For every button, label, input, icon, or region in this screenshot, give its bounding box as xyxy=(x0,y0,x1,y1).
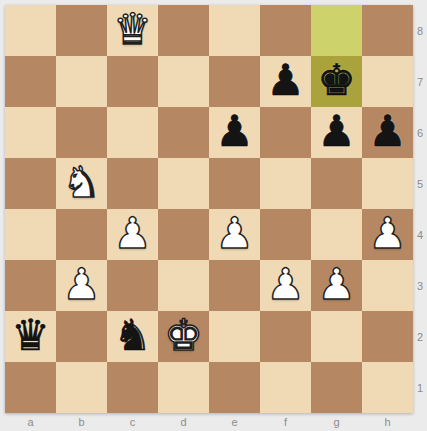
square-g8[interactable] xyxy=(311,5,362,56)
square-g1[interactable] xyxy=(311,362,362,413)
square-f6[interactable] xyxy=(260,107,311,158)
square-c5[interactable] xyxy=(107,158,158,209)
piece-wq-c8[interactable]: ♛ xyxy=(113,8,152,51)
square-f4[interactable] xyxy=(260,209,311,260)
square-b3[interactable]: ♟ xyxy=(56,260,107,311)
square-h7[interactable] xyxy=(362,56,413,107)
square-a8[interactable] xyxy=(5,5,56,56)
square-h2[interactable] xyxy=(362,311,413,362)
rank-label-5: 5 xyxy=(413,158,427,209)
file-label-h: h xyxy=(362,413,413,431)
rank-label-4: 4 xyxy=(413,209,427,260)
square-d7[interactable] xyxy=(158,56,209,107)
square-g2[interactable] xyxy=(311,311,362,362)
square-d5[interactable] xyxy=(158,158,209,209)
square-h6[interactable]: ♟ xyxy=(362,107,413,158)
file-label-f: f xyxy=(260,413,311,431)
square-e4[interactable]: ♟ xyxy=(209,209,260,260)
square-a4[interactable] xyxy=(5,209,56,260)
square-c3[interactable] xyxy=(107,260,158,311)
square-g4[interactable] xyxy=(311,209,362,260)
rank-coordinates: 87654321 xyxy=(413,5,427,413)
square-a5[interactable] xyxy=(5,158,56,209)
square-d8[interactable] xyxy=(158,5,209,56)
piece-wp-h4[interactable]: ♟ xyxy=(368,212,407,255)
square-b8[interactable] xyxy=(56,5,107,56)
chess-app: ♛♟♚♟♟♟♞♟♟♟♟♟♟♛♞♚ 87654321 abcdefgh xyxy=(0,0,427,431)
square-c4[interactable]: ♟ xyxy=(107,209,158,260)
piece-wp-e4[interactable]: ♟ xyxy=(215,212,254,255)
rank-label-7: 7 xyxy=(413,56,427,107)
rank-label-2: 2 xyxy=(413,311,427,362)
square-c8[interactable]: ♛ xyxy=(107,5,158,56)
square-c7[interactable] xyxy=(107,56,158,107)
file-label-g: g xyxy=(311,413,362,431)
piece-wp-c4[interactable]: ♟ xyxy=(113,212,152,255)
square-b7[interactable] xyxy=(56,56,107,107)
square-d1[interactable] xyxy=(158,362,209,413)
square-f2[interactable] xyxy=(260,311,311,362)
square-b6[interactable] xyxy=(56,107,107,158)
square-g7[interactable]: ♚ xyxy=(311,56,362,107)
piece-bk-g7[interactable]: ♚ xyxy=(317,59,356,102)
square-g6[interactable]: ♟ xyxy=(311,107,362,158)
rank-label-1: 1 xyxy=(413,362,427,413)
chess-board: ♛♟♚♟♟♟♞♟♟♟♟♟♟♛♞♚ xyxy=(5,5,413,413)
square-a3[interactable] xyxy=(5,260,56,311)
square-e3[interactable] xyxy=(209,260,260,311)
square-f5[interactable] xyxy=(260,158,311,209)
square-e7[interactable] xyxy=(209,56,260,107)
square-d3[interactable] xyxy=(158,260,209,311)
rank-label-6: 6 xyxy=(413,107,427,158)
piece-bn-c2[interactable]: ♞ xyxy=(113,314,152,357)
square-h5[interactable] xyxy=(362,158,413,209)
square-h3[interactable] xyxy=(362,260,413,311)
piece-bp-g6[interactable]: ♟ xyxy=(317,110,356,153)
square-c6[interactable] xyxy=(107,107,158,158)
square-g3[interactable]: ♟ xyxy=(311,260,362,311)
square-d2[interactable]: ♚ xyxy=(158,311,209,362)
square-b5[interactable]: ♞ xyxy=(56,158,107,209)
piece-wn-b5[interactable]: ♞ xyxy=(62,161,101,204)
file-label-a: a xyxy=(5,413,56,431)
square-e6[interactable]: ♟ xyxy=(209,107,260,158)
square-a6[interactable] xyxy=(5,107,56,158)
piece-wk-d2[interactable]: ♚ xyxy=(164,314,203,357)
square-f1[interactable] xyxy=(260,362,311,413)
square-d4[interactable] xyxy=(158,209,209,260)
piece-bp-h6[interactable]: ♟ xyxy=(368,110,407,153)
file-coordinates: abcdefgh xyxy=(5,413,413,431)
square-d6[interactable] xyxy=(158,107,209,158)
square-h4[interactable]: ♟ xyxy=(362,209,413,260)
square-c2[interactable]: ♞ xyxy=(107,311,158,362)
piece-wp-f3[interactable]: ♟ xyxy=(266,263,305,306)
square-a2[interactable]: ♛ xyxy=(5,311,56,362)
square-e8[interactable] xyxy=(209,5,260,56)
piece-bp-e6[interactable]: ♟ xyxy=(215,110,254,153)
square-b4[interactable] xyxy=(56,209,107,260)
rank-label-8: 8 xyxy=(413,5,427,56)
square-b1[interactable] xyxy=(56,362,107,413)
square-a1[interactable] xyxy=(5,362,56,413)
file-label-e: e xyxy=(209,413,260,431)
square-b2[interactable] xyxy=(56,311,107,362)
square-e2[interactable] xyxy=(209,311,260,362)
rank-label-3: 3 xyxy=(413,260,427,311)
square-e1[interactable] xyxy=(209,362,260,413)
piece-bq-a2[interactable]: ♛ xyxy=(11,314,50,357)
square-f8[interactable] xyxy=(260,5,311,56)
square-a7[interactable] xyxy=(5,56,56,107)
square-e5[interactable] xyxy=(209,158,260,209)
square-f3[interactable]: ♟ xyxy=(260,260,311,311)
square-f7[interactable]: ♟ xyxy=(260,56,311,107)
piece-bp-f7[interactable]: ♟ xyxy=(266,59,305,102)
piece-wp-b3[interactable]: ♟ xyxy=(62,263,101,306)
square-h1[interactable] xyxy=(362,362,413,413)
piece-wp-g3[interactable]: ♟ xyxy=(317,263,356,306)
file-label-d: d xyxy=(158,413,209,431)
file-label-c: c xyxy=(107,413,158,431)
square-c1[interactable] xyxy=(107,362,158,413)
file-label-b: b xyxy=(56,413,107,431)
square-h8[interactable] xyxy=(362,5,413,56)
square-g5[interactable] xyxy=(311,158,362,209)
